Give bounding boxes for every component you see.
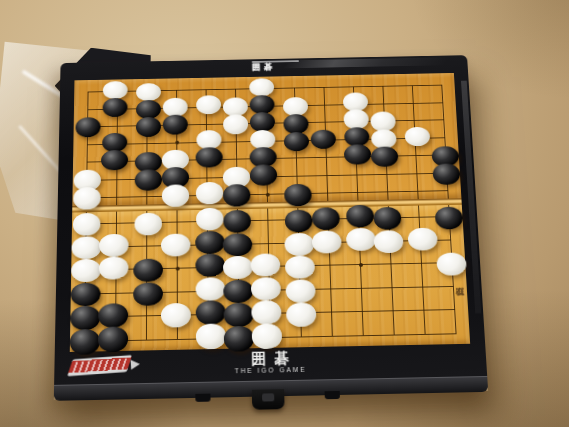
white-stone[interactable] bbox=[346, 228, 375, 251]
clasp-latch[interactable] bbox=[252, 389, 285, 410]
white-stone[interactable] bbox=[196, 182, 224, 204]
hoshi-point bbox=[175, 141, 179, 145]
black-stone[interactable] bbox=[284, 184, 312, 206]
white-stone[interactable] bbox=[285, 233, 314, 256]
bottom-labels: 囲碁 THE IGO GAME bbox=[54, 345, 487, 379]
white-stone[interactable] bbox=[374, 230, 403, 253]
black-stone[interactable] bbox=[223, 184, 251, 206]
hoshi-point bbox=[175, 266, 179, 270]
white-stone[interactable] bbox=[72, 236, 101, 259]
black-stone[interactable] bbox=[250, 164, 277, 185]
hinge-tab bbox=[325, 391, 340, 399]
black-stone[interactable] bbox=[346, 205, 375, 227]
black-stone[interactable] bbox=[135, 169, 162, 190]
hoshi-point bbox=[358, 263, 362, 267]
hoshi-point bbox=[265, 192, 269, 196]
black-stone[interactable] bbox=[434, 207, 463, 229]
hinge-tab bbox=[195, 394, 210, 402]
black-stone[interactable] bbox=[371, 146, 398, 167]
black-stone[interactable] bbox=[432, 164, 460, 185]
go-board: 囲碁 以石会友 囲碁 THE IGO GAME bbox=[54, 55, 488, 400]
white-stone[interactable] bbox=[408, 227, 438, 250]
black-stone[interactable] bbox=[196, 231, 225, 254]
black-stone[interactable] bbox=[344, 144, 371, 165]
white-stone[interactable] bbox=[161, 233, 190, 256]
black-stone[interactable] bbox=[223, 233, 252, 256]
clasp-latch-slot bbox=[262, 393, 274, 401]
white-stone[interactable] bbox=[162, 185, 189, 207]
white-stone[interactable] bbox=[312, 230, 341, 253]
white-stone[interactable] bbox=[99, 233, 128, 256]
black-stone[interactable] bbox=[373, 207, 402, 229]
white-stone[interactable] bbox=[73, 187, 101, 209]
photo-scene: 囲碁 以石会友 囲碁 THE IGO GAME bbox=[0, 0, 569, 427]
black-stone[interactable] bbox=[196, 147, 222, 168]
